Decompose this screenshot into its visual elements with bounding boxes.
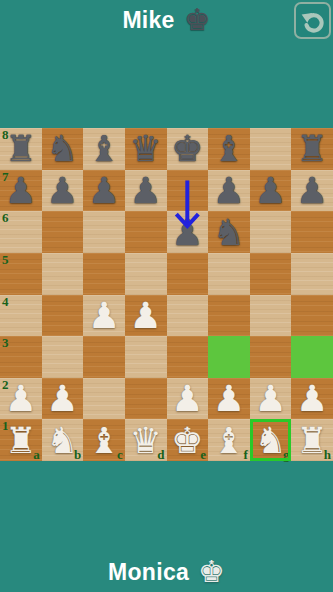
square-f8[interactable]: ♝ (208, 128, 250, 170)
square-f2[interactable]: ♟ (208, 378, 250, 420)
white-pawn-d4: ♟ (130, 295, 162, 336)
square-b3[interactable] (42, 336, 84, 378)
square-b5[interactable] (42, 253, 84, 295)
white-king-e1: ♚ (171, 420, 203, 461)
square-d3[interactable] (125, 336, 167, 378)
bottom-player-name: Monica (108, 559, 189, 586)
square-e1[interactable]: e♚ (167, 419, 209, 461)
black-pawn-d7: ♟ (130, 170, 162, 211)
rank-label-3: 3 (2, 335, 9, 351)
square-b2[interactable]: ♟ (42, 378, 84, 420)
square-h8[interactable]: ♜ (291, 128, 333, 170)
square-c2[interactable] (83, 378, 125, 420)
square-d7[interactable]: ♟ (125, 170, 167, 212)
black-pawn-g7: ♟ (254, 170, 286, 211)
black-king-e8: ♚ (171, 128, 203, 169)
file-label-f: f (243, 447, 247, 463)
black-king-crown-icon: ♚ (184, 5, 211, 35)
square-g5[interactable] (250, 253, 292, 295)
white-pawn-e2: ♟ (171, 378, 203, 419)
square-c7[interactable]: ♟ (83, 170, 125, 212)
square-e2[interactable]: ♟ (167, 378, 209, 420)
file-label-d: d (157, 447, 164, 463)
square-f3[interactable] (208, 336, 250, 378)
square-g4[interactable] (250, 295, 292, 337)
square-a7[interactable]: 7♟ (0, 170, 42, 212)
bottom-player-bar: Monica ♚ (0, 557, 333, 587)
black-pawn-f7: ♟ (213, 170, 245, 211)
square-h5[interactable] (291, 253, 333, 295)
square-f6[interactable]: ♞ (208, 211, 250, 253)
black-rook-a8: ♜ (5, 128, 37, 169)
top-player-name: Mike (122, 7, 174, 34)
black-bishop-f8: ♝ (213, 128, 245, 169)
black-pawn-h7: ♟ (296, 170, 328, 211)
white-bishop-c1: ♝ (88, 420, 120, 461)
square-h1[interactable]: h♜ (291, 419, 333, 461)
square-b4[interactable] (42, 295, 84, 337)
square-d8[interactable]: ♛ (125, 128, 167, 170)
file-label-e: e (200, 447, 206, 463)
black-queen-d8: ♛ (130, 128, 162, 169)
square-c6[interactable] (83, 211, 125, 253)
white-pawn-h2: ♟ (296, 378, 328, 419)
white-pawn-c4: ♟ (88, 295, 120, 336)
square-a8[interactable]: 8♜ (0, 128, 42, 170)
white-pawn-b2: ♟ (46, 378, 78, 419)
undo-arrow-icon (300, 8, 326, 34)
square-e3[interactable] (167, 336, 209, 378)
file-label-a: a (33, 447, 40, 463)
black-knight-f6: ♞ (213, 212, 245, 253)
square-e6[interactable]: ♟ (167, 211, 209, 253)
rank-label-1: 1 (2, 418, 9, 434)
black-pawn-c7: ♟ (88, 170, 120, 211)
square-c5[interactable] (83, 253, 125, 295)
black-rook-h8: ♜ (296, 128, 328, 169)
square-g1[interactable]: g♞ (250, 419, 292, 461)
square-h3[interactable] (291, 336, 333, 378)
white-pawn-f2: ♟ (213, 378, 245, 419)
square-a2[interactable]: 2♟ (0, 378, 42, 420)
square-d4[interactable]: ♟ (125, 295, 167, 337)
square-g3[interactable] (250, 336, 292, 378)
file-label-g: g (283, 447, 290, 463)
square-g7[interactable]: ♟ (250, 170, 292, 212)
square-d5[interactable] (125, 253, 167, 295)
white-king-crown-icon: ♚ (198, 557, 225, 587)
square-g6[interactable] (250, 211, 292, 253)
square-c1[interactable]: c♝ (83, 419, 125, 461)
file-label-c: c (117, 447, 123, 463)
square-e7[interactable] (167, 170, 209, 212)
rank-label-6: 6 (2, 210, 9, 226)
square-h2[interactable]: ♟ (291, 378, 333, 420)
square-f5[interactable] (208, 253, 250, 295)
square-d1[interactable]: d♛ (125, 419, 167, 461)
square-e4[interactable] (167, 295, 209, 337)
square-e8[interactable]: ♚ (167, 128, 209, 170)
square-h7[interactable]: ♟ (291, 170, 333, 212)
white-pawn-a2: ♟ (5, 378, 37, 419)
square-b7[interactable]: ♟ (42, 170, 84, 212)
square-c3[interactable] (83, 336, 125, 378)
square-f7[interactable]: ♟ (208, 170, 250, 212)
square-d6[interactable] (125, 211, 167, 253)
white-pawn-g2: ♟ (254, 378, 286, 419)
file-label-b: b (74, 447, 81, 463)
black-pawn-b7: ♟ (46, 170, 78, 211)
square-a4[interactable]: 4 (0, 295, 42, 337)
rank-label-5: 5 (2, 252, 9, 268)
square-d2[interactable] (125, 378, 167, 420)
square-a3[interactable]: 3 (0, 336, 42, 378)
white-knight-g1: ♞ (254, 420, 286, 461)
black-bishop-c8: ♝ (88, 128, 120, 169)
square-f1[interactable]: f♝ (208, 419, 250, 461)
rank-label-4: 4 (2, 294, 9, 310)
square-f4[interactable] (208, 295, 250, 337)
square-g2[interactable]: ♟ (250, 378, 292, 420)
square-b1[interactable]: b♞ (42, 419, 84, 461)
square-g8[interactable] (250, 128, 292, 170)
top-player-bar: Mike ♚ (0, 5, 333, 35)
black-pawn-e6: ♟ (171, 212, 203, 253)
square-c8[interactable]: ♝ (83, 128, 125, 170)
square-a1[interactable]: 1a♜ (0, 419, 42, 461)
black-pawn-a7: ♟ (5, 170, 37, 211)
rank-label-7: 7 (2, 169, 9, 185)
undo-button[interactable] (294, 2, 331, 39)
rank-label-8: 8 (2, 127, 9, 143)
square-h6[interactable] (291, 211, 333, 253)
white-rook-a1: ♜ (5, 420, 37, 461)
square-a5[interactable]: 5 (0, 253, 42, 295)
square-c4[interactable]: ♟ (83, 295, 125, 337)
black-knight-b8: ♞ (46, 128, 78, 169)
square-e5[interactable] (167, 253, 209, 295)
square-b8[interactable]: ♞ (42, 128, 84, 170)
square-b6[interactable] (42, 211, 84, 253)
chess-board: 8♜♞♝♛♚♝♜7♟♟♟♟♟♟♟6♟♞54♟♟32♟♟♟♟♟♟1a♜b♞c♝d♛… (0, 128, 333, 461)
rank-label-2: 2 (2, 377, 9, 393)
square-h4[interactable] (291, 295, 333, 337)
square-a6[interactable]: 6 (0, 211, 42, 253)
white-bishop-f1: ♝ (213, 420, 245, 461)
file-label-h: h (324, 447, 331, 463)
